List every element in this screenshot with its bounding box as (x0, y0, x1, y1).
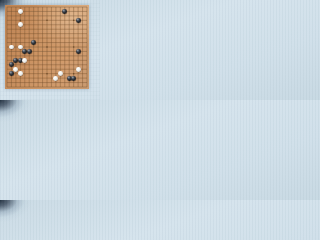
white-stone (18, 45, 23, 50)
white-stone (76, 67, 81, 72)
black-stone (9, 71, 14, 76)
white-stone (18, 22, 23, 27)
white-stone (9, 45, 14, 50)
white-stone (53, 76, 58, 81)
black-stone (71, 76, 76, 81)
white-stone (58, 71, 63, 76)
black-stone (76, 49, 81, 54)
screen-photo-background (0, 0, 100, 100)
black-stone (31, 40, 36, 45)
white-stone (22, 58, 27, 63)
white-stone (18, 71, 23, 76)
white-stone (18, 9, 23, 14)
black-stone (27, 49, 32, 54)
black-stone (62, 9, 67, 14)
black-stone (76, 18, 81, 23)
